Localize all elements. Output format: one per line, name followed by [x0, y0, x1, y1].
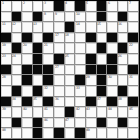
white-cell-r6c5[interactable]: [43, 54, 54, 65]
white-cell-r7c8[interactable]: [75, 65, 86, 76]
black-cell-r5c4: [33, 43, 44, 54]
clue-number-39: 39: [2, 107, 6, 110]
clue-number-15: 15: [97, 22, 101, 25]
white-cell-r8c6[interactable]: [54, 75, 65, 86]
clue-number-34: 34: [12, 97, 16, 100]
white-cell-r10c2[interactable]: 34: [12, 97, 23, 108]
white-cell-r11c10[interactable]: [97, 107, 108, 118]
clue-number-32: 32: [44, 86, 48, 89]
white-cell-r11c9[interactable]: 43: [86, 107, 97, 118]
white-cell-r11c13[interactable]: 45: [128, 107, 139, 118]
black-cell-r13c8: [75, 128, 86, 139]
white-cell-r4c2[interactable]: [12, 33, 23, 44]
white-cell-r10c4[interactable]: 35: [33, 97, 44, 108]
white-cell-r9c5[interactable]: 32: [43, 86, 54, 97]
clue-number-8: 8: [44, 12, 46, 15]
white-cell-r13c9[interactable]: 49: [86, 128, 97, 139]
black-cell-r12c10: [97, 118, 108, 129]
white-cell-r1c13[interactable]: 7: [128, 1, 139, 12]
white-cell-r5c8[interactable]: [75, 43, 86, 54]
clue-number-19: 19: [2, 43, 6, 46]
clue-number-30: 30: [108, 75, 112, 78]
black-cell-r12c4: [33, 118, 44, 129]
white-cell-r9c8[interactable]: 33: [75, 86, 86, 97]
black-cell-r6c6: [54, 54, 65, 65]
white-cell-r6c3[interactable]: [22, 54, 33, 65]
black-cell-r7c10: [97, 65, 108, 76]
black-cell-r12c2: [12, 118, 23, 129]
white-cell-r5c13[interactable]: 22: [128, 43, 139, 54]
white-cell-r6c1[interactable]: 23: [1, 54, 12, 65]
clue-number-13: 13: [33, 22, 37, 25]
black-cell-r8c5: [43, 75, 54, 86]
white-cell-r13c13[interactable]: [128, 128, 139, 139]
white-cell-r1c3[interactable]: 2: [22, 1, 33, 12]
clue-number-29: 29: [86, 75, 90, 78]
clue-number-27: 27: [55, 65, 59, 68]
white-cell-r8c1[interactable]: 28: [1, 75, 12, 86]
clue-number-41: 41: [44, 107, 48, 110]
white-cell-r4c8[interactable]: [75, 33, 86, 44]
white-cell-r11c12[interactable]: [118, 107, 129, 118]
white-cell-r1c9[interactable]: 5: [86, 1, 97, 12]
clue-number-33: 33: [76, 86, 80, 89]
clue-number-25: 25: [65, 54, 69, 57]
white-cell-r2c13[interactable]: [128, 12, 139, 23]
white-cell-r13c12[interactable]: [118, 128, 129, 139]
white-cell-r4c10[interactable]: [97, 33, 108, 44]
white-cell-r13c1[interactable]: 48: [1, 128, 12, 139]
clue-number-10: 10: [76, 12, 80, 15]
white-cell-r13c11[interactable]: [107, 128, 118, 139]
clue-number-44: 44: [108, 107, 112, 110]
black-cell-r8c8: [75, 75, 86, 86]
white-cell-r3c11[interactable]: [107, 22, 118, 33]
white-cell-r2c3[interactable]: [22, 12, 33, 23]
clue-number-20: 20: [23, 43, 27, 46]
white-cell-r9c13[interactable]: [128, 86, 139, 97]
clue-number-4: 4: [65, 1, 67, 4]
black-cell-r9c12: [118, 86, 129, 97]
white-cell-r11c6[interactable]: [54, 107, 65, 118]
clue-number-9: 9: [55, 12, 57, 15]
clue-number-43: 43: [86, 107, 90, 110]
clue-number-17: 17: [55, 33, 59, 36]
white-cell-r12c11[interactable]: [107, 118, 118, 129]
white-cell-r5c11[interactable]: [107, 43, 118, 54]
white-cell-r11c1[interactable]: 39: [1, 107, 12, 118]
white-cell-r1c4[interactable]: [33, 1, 44, 12]
white-cell-r13c2[interactable]: [12, 128, 23, 139]
clue-number-26: 26: [118, 54, 122, 57]
white-cell-r6c10[interactable]: [97, 54, 108, 65]
black-cell-r1c6: [54, 1, 65, 12]
white-cell-r1c1[interactable]: 1: [1, 1, 12, 12]
black-cell-r1c8: [75, 1, 86, 12]
white-cell-r6c12[interactable]: 26: [118, 54, 129, 65]
white-cell-r1c7[interactable]: 4: [65, 1, 76, 12]
clue-number-31: 31: [129, 75, 133, 78]
black-cell-r6c11: [107, 54, 118, 65]
white-cell-r6c2[interactable]: 24: [12, 54, 23, 65]
clue-number-47: 47: [65, 118, 69, 121]
clue-number-37: 37: [97, 97, 101, 100]
white-cell-r11c11[interactable]: 44: [107, 107, 118, 118]
white-cell-r12c8[interactable]: [75, 118, 86, 129]
white-cell-r7c2[interactable]: [12, 65, 23, 76]
clue-number-12: 12: [12, 22, 16, 25]
black-cell-r4c9: [86, 33, 97, 44]
white-cell-r8c12[interactable]: [118, 75, 129, 86]
white-cell-r6c7[interactable]: 25: [65, 54, 76, 65]
white-cell-r8c13[interactable]: 31: [128, 75, 139, 86]
clue-number-38: 38: [118, 97, 122, 100]
black-cell-r9c10: [97, 86, 108, 97]
white-cell-r3c6[interactable]: [54, 22, 65, 33]
white-cell-r2c5[interactable]: 8: [43, 12, 54, 23]
clue-number-35: 35: [33, 97, 37, 100]
clue-number-45: 45: [129, 107, 133, 110]
white-cell-r9c11[interactable]: [107, 86, 118, 97]
clue-number-22: 22: [129, 43, 133, 46]
white-cell-r3c4[interactable]: 13: [33, 22, 44, 33]
clue-number-3: 3: [44, 1, 46, 4]
clue-number-11: 11: [2, 22, 6, 25]
white-cell-r3c5[interactable]: [43, 22, 54, 33]
white-cell-r13c10[interactable]: [97, 128, 108, 139]
black-cell-r5c10: [97, 43, 108, 54]
clue-number-23: 23: [2, 54, 6, 57]
black-cell-r7c4: [33, 65, 44, 76]
white-cell-r2c9[interactable]: [86, 12, 97, 23]
white-cell-r12c6[interactable]: [54, 118, 65, 129]
white-cell-r12c7[interactable]: 47: [65, 118, 76, 129]
clue-number-42: 42: [76, 107, 80, 110]
white-cell-r8c7[interactable]: [65, 75, 76, 86]
white-cell-r9c7[interactable]: [65, 86, 76, 97]
white-cell-r12c5[interactable]: 46: [43, 118, 54, 129]
white-cell-r10c12[interactable]: 38: [118, 97, 129, 108]
white-cell-r11c4[interactable]: [33, 107, 44, 118]
white-cell-r10c6[interactable]: 36: [54, 97, 65, 108]
white-cell-r1c5[interactable]: 3: [43, 1, 54, 12]
white-cell-r11c2[interactable]: [12, 107, 23, 118]
white-cell-r6c13[interactable]: [128, 54, 139, 65]
clue-number-21: 21: [44, 43, 48, 46]
white-cell-r2c11[interactable]: [107, 12, 118, 23]
black-cell-r3c7: [65, 22, 76, 33]
clue-number-49: 49: [86, 128, 90, 131]
white-cell-r3c3[interactable]: [22, 22, 33, 33]
black-cell-r4c11: [107, 33, 118, 44]
white-cell-r5c9[interactable]: [86, 43, 97, 54]
white-cell-r9c3[interactable]: [22, 86, 33, 97]
white-cell-r2c6[interactable]: 9: [54, 12, 65, 23]
black-cell-r7c5: [43, 65, 54, 76]
white-cell-r1c11[interactable]: 6: [107, 1, 118, 12]
white-cell-r4c6[interactable]: 17: [54, 33, 65, 44]
white-cell-r8c2[interactable]: [12, 75, 23, 86]
white-cell-r9c9[interactable]: [86, 86, 97, 97]
white-cell-r5c3[interactable]: 20: [22, 43, 33, 54]
white-cell-r3c10[interactable]: 15: [97, 22, 108, 33]
white-cell-r13c5[interactable]: [43, 128, 54, 139]
clue-number-6: 6: [108, 1, 110, 4]
clue-number-2: 2: [23, 1, 25, 4]
black-cell-r6c4: [33, 54, 44, 65]
black-cell-r11c7: [65, 107, 76, 118]
white-cell-r11c3[interactable]: 40: [22, 107, 33, 118]
black-cell-r1c10: [97, 1, 108, 12]
black-cell-r13c6: [54, 128, 65, 139]
clue-number-40: 40: [23, 107, 27, 110]
white-cell-r12c3[interactable]: [22, 118, 33, 129]
black-cell-r13c4: [33, 128, 44, 139]
black-cell-r9c2: [12, 86, 23, 97]
white-cell-r4c12[interactable]: [118, 33, 129, 44]
clue-number-7: 7: [129, 1, 131, 4]
white-cell-r3c13[interactable]: [128, 22, 139, 33]
black-cell-r12c12: [118, 118, 129, 129]
white-cell-r13c7[interactable]: [65, 128, 76, 139]
clue-number-18: 18: [65, 33, 69, 36]
white-cell-r11c5[interactable]: 41: [43, 107, 54, 118]
clue-number-28: 28: [2, 75, 6, 78]
black-cell-r6c9: [86, 54, 97, 65]
white-cell-r7c7[interactable]: [65, 65, 76, 76]
white-cell-r6c8[interactable]: [75, 54, 86, 65]
white-cell-r4c4[interactable]: [33, 33, 44, 44]
white-cell-r3c2[interactable]: 12: [12, 22, 23, 33]
clue-number-36: 36: [55, 97, 59, 100]
crossword-grid: 1234567891011121314151617181920212223242…: [0, 0, 140, 140]
clue-number-16: 16: [118, 22, 122, 25]
white-cell-r2c7[interactable]: [65, 12, 76, 23]
black-cell-r8c3: [22, 75, 33, 86]
clue-number-48: 48: [2, 128, 6, 131]
white-cell-r7c12[interactable]: [118, 65, 129, 76]
black-cell-r9c4: [33, 86, 44, 97]
clue-number-5: 5: [86, 1, 88, 4]
clue-number-24: 24: [12, 54, 16, 57]
white-cell-r1c12[interactable]: [118, 1, 129, 12]
white-cell-r9c6[interactable]: [54, 86, 65, 97]
white-cell-r10c7[interactable]: [65, 97, 76, 108]
white-cell-r4c7[interactable]: 18: [65, 33, 76, 44]
white-cell-r3c9[interactable]: [86, 22, 97, 33]
white-cell-r1c2[interactable]: [12, 1, 23, 12]
white-cell-r8c4[interactable]: [33, 75, 44, 86]
white-cell-r9c1[interactable]: [1, 86, 12, 97]
clue-number-46: 46: [44, 118, 48, 121]
white-cell-r8c11[interactable]: 30: [107, 75, 118, 86]
white-cell-r3c8[interactable]: 14: [75, 22, 86, 33]
white-cell-r7c6[interactable]: 27: [54, 65, 65, 76]
white-cell-r5c5[interactable]: 21: [43, 43, 54, 54]
clue-number-14: 14: [76, 22, 80, 25]
white-cell-r12c13[interactable]: [128, 118, 139, 129]
white-cell-r8c9[interactable]: 29: [86, 75, 97, 86]
black-cell-r8c10: [97, 75, 108, 86]
white-cell-r13c3[interactable]: [22, 128, 33, 139]
black-cell-r7c3: [22, 65, 33, 76]
white-cell-r5c6[interactable]: [54, 43, 65, 54]
white-cell-r11c8[interactable]: 42: [75, 107, 86, 118]
white-cell-r3c12[interactable]: 16: [118, 22, 129, 33]
white-cell-r3c1[interactable]: 11: [1, 22, 12, 33]
clue-number-1: 1: [2, 1, 4, 4]
white-cell-r10c10[interactable]: 37: [97, 97, 108, 108]
